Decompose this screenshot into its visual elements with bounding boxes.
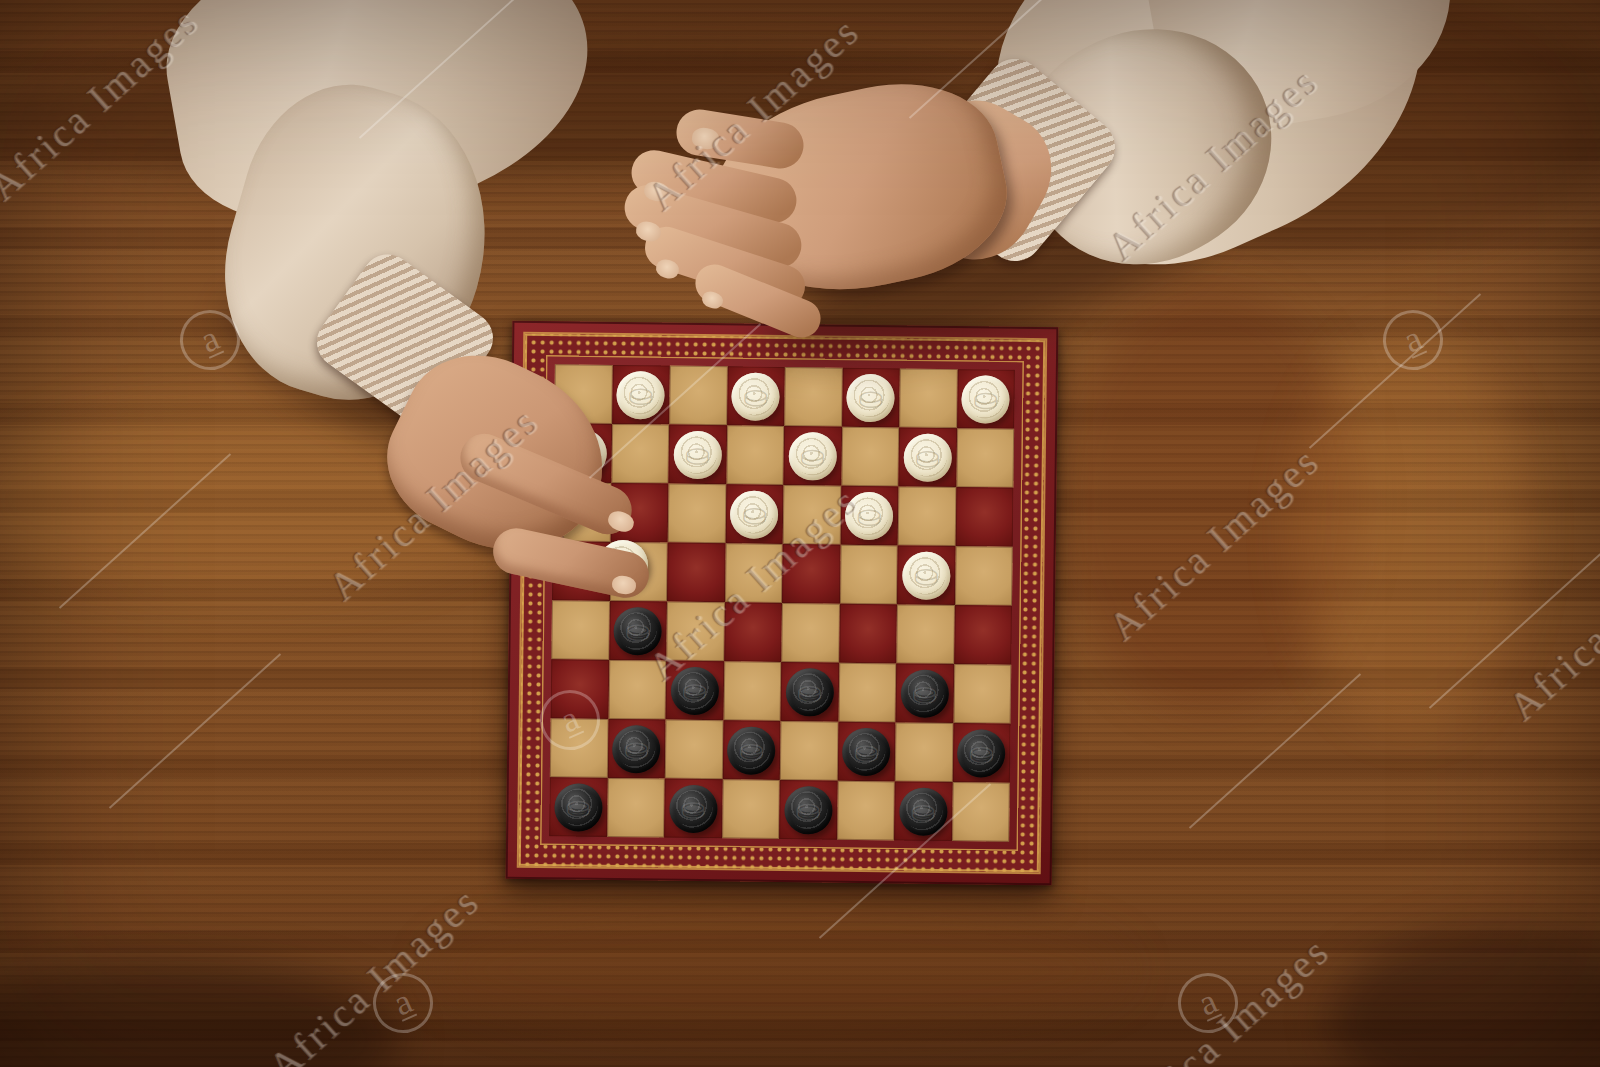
square-r7c7 [895,722,953,782]
square-r7c5 [780,721,838,781]
square-r5c6[interactable] [839,604,897,664]
watermark-logo-letter: a [1399,321,1428,359]
checker-white[interactable]: ⛀ [845,491,894,540]
square-r1c5 [784,367,842,427]
square-r7c4[interactable]: ⛂ [722,720,780,780]
checker-black[interactable]: ⛂ [614,606,663,655]
watermark-line [109,653,281,808]
square-r1c8[interactable]: ⛀ [957,369,1015,429]
square-r3c5 [783,485,841,545]
right-middle-fingernail [634,219,663,243]
square-r6c7[interactable]: ⛂ [896,663,954,723]
wood-grain-streak [0,960,400,1067]
checker-black[interactable]: ⛂ [785,668,834,717]
right-ring-fingernail [654,257,681,281]
square-r2c8 [956,428,1014,488]
square-r8c6 [837,781,895,841]
checker-black[interactable]: ⛂ [899,787,948,836]
right-sleeve-fold [1131,0,1470,144]
watermark-line [59,453,231,608]
square-r6c1[interactable] [551,659,609,719]
square-r7c3 [665,720,723,780]
square-r3c4[interactable]: ⛀ [725,484,783,544]
square-r8c3[interactable]: ⛂ [664,779,722,839]
watermark-text: Africa Images [639,7,869,220]
watermark-logo-letter: a [196,321,225,359]
square-r1c3 [669,366,727,426]
watermark-logo-a: a [1168,963,1247,1042]
checkers-board: ⛀⛀⛀⛀⛀⛀⛀⛀⛀⛀⛀⛂⛂⛂⛂⛂⛂⛂⛂⛂⛂⛂⛂ [506,321,1059,886]
checker-white[interactable]: ⛀ [616,370,665,419]
left-sleeve-upper [150,0,611,244]
checker-white[interactable]: ⛀ [731,372,780,421]
square-r1c4[interactable]: ⛀ [727,366,785,426]
watermark-text: Africa Images [1499,517,1600,730]
watermark-line [1189,673,1361,828]
watermark-text: Africa Images [1099,57,1329,270]
board-squares: ⛀⛀⛀⛀⛀⛀⛀⛀⛀⛀⛀⛂⛂⛂⛂⛂⛂⛂⛂⛂⛂⛂⛂ [549,364,1015,842]
wood-grain-streak [1020,0,1600,250]
square-r3c3 [668,484,726,544]
square-r3c6[interactable]: ⛀ [840,486,898,546]
square-r5c8[interactable] [954,605,1012,665]
square-r6c8 [953,664,1011,724]
watermark-logo-a: a [170,300,249,379]
square-r7c2[interactable]: ⛂ [607,719,665,779]
watermark-logo-a: a [1373,300,1452,379]
watermark-logo-letter: a [389,984,418,1022]
square-r2c4 [726,425,784,485]
left-sleeve-cuff [307,244,504,436]
wood-grain-streak [0,400,520,600]
checker-black[interactable]: ⛂ [670,666,719,715]
right-index-finger [627,146,801,228]
watermark-text: Africa Images [0,0,208,210]
square-r5c2[interactable]: ⛂ [609,601,667,661]
square-r6c4 [723,661,781,721]
square-r8c2 [607,778,665,838]
checker-white[interactable]: ⛀ [788,432,837,481]
right-sleeve-cuff [904,47,1127,272]
checker-white[interactable]: ⛀ [903,433,952,482]
square-r2c1[interactable]: ⛀ [553,423,611,483]
square-r1c1 [554,364,612,424]
square-r1c7 [899,368,957,428]
checker-black[interactable]: ⛂ [842,727,891,776]
watermark-text: Africa Images [1099,437,1329,650]
right-index-fingernail [642,180,670,204]
square-r3c8[interactable] [955,487,1013,547]
checker-white[interactable]: ⛀ [902,551,951,600]
square-r4c8 [954,546,1012,606]
square-r6c3[interactable]: ⛂ [666,661,724,721]
checker-black[interactable]: ⛂ [727,726,776,775]
wood-grain-streak [0,39,1021,188]
watermark-logo-a: a [363,963,442,1042]
square-r8c7[interactable]: ⛂ [894,781,952,841]
watermark-text: Africa Images [1109,927,1339,1067]
checker-black[interactable]: ⛂ [554,783,603,832]
watermark-line [359,0,531,139]
square-r8c1[interactable]: ⛂ [549,777,607,837]
watermark-logo-letter: a [1194,984,1223,1022]
right-middle-finger [619,180,806,273]
square-r2c2 [611,424,669,484]
checker-black[interactable]: ⛂ [900,669,949,718]
square-r1c6[interactable]: ⛀ [842,368,900,428]
square-r2c6 [841,427,899,487]
checker-black[interactable]: ⛂ [957,729,1006,778]
checker-black[interactable]: ⛂ [612,724,661,773]
wood-grain-streak [430,900,1130,1040]
square-r8c4 [722,779,780,839]
square-r7c6[interactable]: ⛂ [837,722,895,782]
square-r4c6 [839,545,897,605]
square-r1c2[interactable]: ⛀ [612,365,670,425]
scene: ⛀⛀⛀⛀⛀⛀⛀⛀⛀⛀⛀⛂⛂⛂⛂⛂⛂⛂⛂⛂⛂⛂⛂ ⛀ Africa Images … [0,0,1600,1067]
checker-white[interactable]: ⛀ [558,429,607,478]
square-r2c3[interactable]: ⛀ [668,425,726,485]
board-gold-ornament-border: ⛀⛀⛀⛀⛀⛀⛀⛀⛀⛀⛀⛂⛂⛂⛂⛂⛂⛂⛂⛂⛂⛂⛂ [519,334,1045,872]
square-r5c4[interactable] [724,602,782,662]
checker-white[interactable]: ⛀ [961,375,1010,424]
square-r7c8[interactable]: ⛂ [952,723,1010,783]
watermark-line [1429,553,1600,708]
wood-grain-streak [1330,930,1600,1067]
square-r6c5[interactable]: ⛂ [781,662,839,722]
square-r4c5[interactable] [782,544,840,604]
square-r5c1 [551,600,609,660]
checker-white[interactable]: ⛀ [673,430,722,479]
right-wrist [877,80,1073,281]
watermark-line [1309,293,1481,448]
checker-white[interactable]: ⛀ [846,373,895,422]
square-r4c3[interactable] [667,543,725,603]
square-r3c7 [898,486,956,546]
right-thumb [673,106,807,171]
square-r8c8 [952,782,1010,842]
board-inner-margin: ⛀⛀⛀⛀⛀⛀⛀⛀⛀⛀⛀⛂⛂⛂⛂⛂⛂⛂⛂⛂⛂⛂⛂ [540,355,1024,851]
square-r2c7[interactable]: ⛀ [898,427,956,487]
square-r4c7[interactable]: ⛀ [897,545,955,605]
right-thumbnail [691,127,720,151]
right-pinky-fingernail [700,289,725,311]
square-r4c4 [725,543,783,603]
wood-grain-streak [1060,290,1360,710]
checker-black[interactable]: ⛂ [669,784,718,833]
checker-white[interactable]: ⛀ [730,490,779,539]
square-r5c5 [781,603,839,663]
square-r3c2[interactable] [610,483,668,543]
checker-black[interactable]: ⛂ [784,786,833,835]
right-sleeve-forearm [981,0,1313,307]
square-r5c3 [666,602,724,662]
square-r7c1 [550,718,608,778]
left-arm-shadow [206,267,504,483]
right-hand [695,64,1021,316]
watermark-line [909,0,1081,119]
wood-grain-streak [1290,330,1530,730]
square-r8c5[interactable]: ⛂ [779,780,837,840]
held-checker-white[interactable]: ⛀ [598,540,648,590]
left-sleeve-forearm [194,61,522,428]
square-r2c5[interactable]: ⛀ [783,426,841,486]
square-r6c2 [608,660,666,720]
square-r5c7 [896,604,954,664]
right-sleeve-upper [949,0,1480,313]
square-r3c1 [553,482,611,542]
square-r6c6 [838,663,896,723]
right-ring-finger [640,221,811,312]
watermark-text: Africa Images [259,877,489,1067]
